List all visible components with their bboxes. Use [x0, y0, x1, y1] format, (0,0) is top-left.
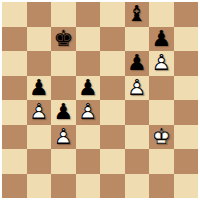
- square-b6[interactable]: [27, 51, 52, 76]
- white-king-g3: ♚: [149, 125, 174, 150]
- square-e3[interactable]: [100, 125, 125, 150]
- black-pawn-g7: ♟: [149, 27, 174, 52]
- square-d4[interactable]: ♟♙: [76, 100, 101, 125]
- square-h5[interactable]: [174, 76, 199, 101]
- square-d3[interactable]: [76, 125, 101, 150]
- white-pawn-outline-f5: ♙: [125, 76, 150, 101]
- square-c6[interactable]: [51, 51, 76, 76]
- white-pawn-f5: ♟: [125, 76, 150, 101]
- white-king-outline-g3: ♔: [149, 125, 174, 150]
- square-e8[interactable]: [100, 2, 125, 27]
- white-pawn-d4: ♟: [76, 100, 101, 125]
- square-c4[interactable]: ♟: [51, 100, 76, 125]
- square-g1[interactable]: [149, 174, 174, 199]
- black-bishop-f8: ♝: [125, 2, 150, 27]
- square-f1[interactable]: [125, 174, 150, 199]
- square-g8[interactable]: [149, 2, 174, 27]
- square-h2[interactable]: [174, 149, 199, 174]
- square-e7[interactable]: [100, 27, 125, 52]
- square-e2[interactable]: [100, 149, 125, 174]
- white-pawn-b4: ♟: [27, 100, 52, 125]
- square-h7[interactable]: [174, 27, 199, 52]
- square-g4[interactable]: [149, 100, 174, 125]
- square-f6[interactable]: ♟: [125, 51, 150, 76]
- square-h6[interactable]: [174, 51, 199, 76]
- square-h8[interactable]: [174, 2, 199, 27]
- white-pawn-outline-b4: ♙: [27, 100, 52, 125]
- black-pawn-b5: ♟: [27, 76, 52, 101]
- square-f8[interactable]: ♝: [125, 2, 150, 27]
- white-pawn-outline-g6: ♙: [149, 51, 174, 76]
- square-a3[interactable]: [2, 125, 27, 150]
- square-h4[interactable]: [174, 100, 199, 125]
- square-a8[interactable]: [2, 2, 27, 27]
- chess-diagram: ♝♚♟♟♟♙♟♟♟♙♟♙♟♟♙♟♙♚♔: [0, 0, 200, 200]
- square-b3[interactable]: [27, 125, 52, 150]
- square-h3[interactable]: [174, 125, 199, 150]
- black-pawn-c4: ♟: [51, 100, 76, 125]
- square-g7[interactable]: ♟: [149, 27, 174, 52]
- square-a6[interactable]: [2, 51, 27, 76]
- square-d6[interactable]: [76, 51, 101, 76]
- square-d5[interactable]: ♟: [76, 76, 101, 101]
- square-a4[interactable]: [2, 100, 27, 125]
- square-d1[interactable]: [76, 174, 101, 199]
- white-pawn-c3: ♟: [51, 125, 76, 150]
- square-b2[interactable]: [27, 149, 52, 174]
- square-a5[interactable]: [2, 76, 27, 101]
- square-f4[interactable]: [125, 100, 150, 125]
- square-g3[interactable]: ♚♔: [149, 125, 174, 150]
- square-d2[interactable]: [76, 149, 101, 174]
- square-f7[interactable]: [125, 27, 150, 52]
- square-d8[interactable]: [76, 2, 101, 27]
- square-b1[interactable]: [27, 174, 52, 199]
- square-g2[interactable]: [149, 149, 174, 174]
- square-b4[interactable]: ♟♙: [27, 100, 52, 125]
- black-pawn-f6: ♟: [125, 51, 150, 76]
- square-f2[interactable]: [125, 149, 150, 174]
- white-pawn-outline-c3: ♙: [51, 125, 76, 150]
- square-a7[interactable]: [2, 27, 27, 52]
- square-c2[interactable]: [51, 149, 76, 174]
- square-c5[interactable]: [51, 76, 76, 101]
- square-a1[interactable]: [2, 174, 27, 199]
- black-pawn-d5: ♟: [76, 76, 101, 101]
- square-h1[interactable]: [174, 174, 199, 199]
- square-g5[interactable]: [149, 76, 174, 101]
- square-f3[interactable]: [125, 125, 150, 150]
- square-e5[interactable]: [100, 76, 125, 101]
- square-f5[interactable]: ♟♙: [125, 76, 150, 101]
- square-e6[interactable]: [100, 51, 125, 76]
- square-c8[interactable]: [51, 2, 76, 27]
- square-g6[interactable]: ♟♙: [149, 51, 174, 76]
- square-a2[interactable]: [2, 149, 27, 174]
- square-e1[interactable]: [100, 174, 125, 199]
- white-pawn-g6: ♟: [149, 51, 174, 76]
- square-d7[interactable]: [76, 27, 101, 52]
- chess-board: ♝♚♟♟♟♙♟♟♟♙♟♙♟♟♙♟♙♚♔: [2, 2, 198, 198]
- square-c7[interactable]: ♚: [51, 27, 76, 52]
- square-b8[interactable]: [27, 2, 52, 27]
- square-c1[interactable]: [51, 174, 76, 199]
- white-pawn-outline-d4: ♙: [76, 100, 101, 125]
- black-king-c7: ♚: [51, 27, 76, 52]
- square-b5[interactable]: ♟: [27, 76, 52, 101]
- square-e4[interactable]: [100, 100, 125, 125]
- square-c3[interactable]: ♟♙: [51, 125, 76, 150]
- square-b7[interactable]: [27, 27, 52, 52]
